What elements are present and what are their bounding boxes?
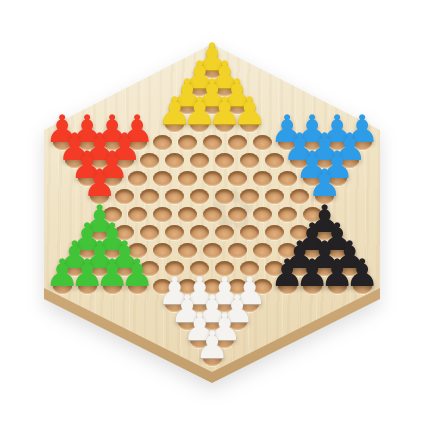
board-hole[interactable]	[215, 225, 234, 240]
board-hole[interactable]	[265, 189, 284, 204]
chinese-checkers-board: ✿ ♟♟♟♟♟♟♟♟♟♟♟♟♟♟♟♟♟♟♟♟♟♟♟♟♟♟♟♟♟♟♟♟♟♟♟♟♟♟…	[28, 42, 396, 389]
board-hole[interactable]	[178, 243, 197, 258]
board-hole[interactable]	[153, 171, 172, 186]
board-hole[interactable]	[128, 171, 147, 186]
peg-yellow[interactable]: ♟	[231, 91, 269, 131]
board-hole[interactable]	[203, 207, 222, 222]
board-hole[interactable]	[178, 171, 197, 186]
board-hole[interactable]	[240, 225, 259, 240]
board-hole[interactable]	[140, 189, 159, 204]
board-hole[interactable]	[240, 189, 259, 204]
board-hole[interactable]	[203, 243, 222, 258]
board-hole[interactable]	[190, 189, 209, 204]
board-hole[interactable]	[178, 207, 197, 222]
board-hole[interactable]	[140, 153, 159, 168]
board-hole[interactable]	[215, 189, 234, 204]
board-hole[interactable]	[240, 153, 259, 168]
board-hole[interactable]	[228, 207, 247, 222]
peg-black[interactable]: ♟	[343, 253, 381, 293]
board-hole[interactable]	[190, 153, 209, 168]
board-hole[interactable]	[165, 153, 184, 168]
board-hole[interactable]	[228, 135, 247, 150]
board-hole[interactable]	[203, 171, 222, 186]
board-hole[interactable]	[253, 171, 272, 186]
board-hole[interactable]	[165, 189, 184, 204]
board-hole[interactable]	[253, 207, 272, 222]
board-hole[interactable]	[228, 243, 247, 258]
peg-green[interactable]: ♟	[118, 253, 156, 293]
product-photo: ✿ ♟♟♟♟♟♟♟♟♟♟♟♟♟♟♟♟♟♟♟♟♟♟♟♟♟♟♟♟♟♟♟♟♟♟♟♟♟♟…	[0, 0, 425, 425]
board-hole[interactable]	[228, 171, 247, 186]
board-hole[interactable]	[178, 135, 197, 150]
board-hole[interactable]	[203, 135, 222, 150]
board-hole[interactable]	[215, 153, 234, 168]
holes-layer: ♟♟♟♟♟♟♟♟♟♟♟♟♟♟♟♟♟♟♟♟♟♟♟♟♟♟♟♟♟♟♟♟♟♟♟♟♟♟♟♟…	[28, 42, 396, 378]
peg-white[interactable]: ♟	[193, 325, 231, 365]
board-hole[interactable]	[153, 207, 172, 222]
board-hole[interactable]	[153, 135, 172, 150]
board-hole[interactable]	[165, 225, 184, 240]
board-hole[interactable]	[190, 225, 209, 240]
